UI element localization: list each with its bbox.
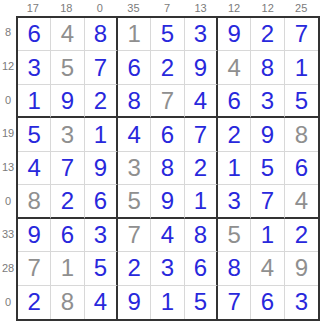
cell-r4c1[interactable]: 5	[18, 118, 51, 151]
cell-r5c6[interactable]: 2	[185, 152, 218, 185]
cell-r7c2[interactable]: 6	[51, 219, 84, 252]
cell-r9c5[interactable]: 1	[151, 286, 184, 319]
cell-r1c1[interactable]: 6	[18, 18, 51, 51]
row-sum-label-4: 19	[0, 117, 16, 151]
cell-r4c8[interactable]: 9	[251, 118, 284, 151]
cell-r9c8[interactable]: 6	[251, 286, 284, 319]
cell-r6c1[interactable]: 8	[18, 185, 51, 218]
cell-r3c4[interactable]: 8	[118, 85, 151, 118]
cell-r1c5[interactable]: 5	[151, 18, 184, 51]
row-sum-label-5: 13	[0, 151, 16, 185]
cell-r4c2[interactable]: 3	[51, 118, 84, 151]
cell-r5c2[interactable]: 7	[51, 152, 84, 185]
cell-r1c6[interactable]: 3	[185, 18, 218, 51]
cell-r2c1[interactable]: 3	[18, 51, 51, 84]
cell-r6c4[interactable]: 5	[118, 185, 151, 218]
corner-spacer	[0, 0, 16, 16]
cell-r2c4[interactable]: 6	[118, 51, 151, 84]
cell-r9c6[interactable]: 5	[185, 286, 218, 319]
cell-r1c7[interactable]: 9	[218, 18, 251, 51]
cell-r3c9[interactable]: 5	[285, 85, 318, 118]
sandwich-sudoku-widget: 1718035713121225 81201913033280 64815392…	[0, 0, 320, 321]
cell-r8c6[interactable]: 6	[185, 252, 218, 285]
cell-r2c2[interactable]: 5	[51, 51, 84, 84]
cell-r4c9[interactable]: 8	[285, 118, 318, 151]
cell-r8c5[interactable]: 3	[151, 252, 184, 285]
cell-r5c3[interactable]: 9	[85, 152, 118, 185]
cell-r4c7[interactable]: 2	[218, 118, 251, 151]
cell-r2c5[interactable]: 2	[151, 51, 184, 84]
col-sum-label-2: 18	[50, 0, 84, 16]
cell-r6c8[interactable]: 7	[251, 185, 284, 218]
cell-r5c5[interactable]: 8	[151, 152, 184, 185]
cell-r5c1[interactable]: 4	[18, 152, 51, 185]
cell-r6c3[interactable]: 6	[85, 185, 118, 218]
row-sum-label-3: 0	[0, 83, 16, 117]
cell-r3c2[interactable]: 9	[51, 85, 84, 118]
cell-r3c7[interactable]: 6	[218, 85, 251, 118]
cell-r8c8[interactable]: 4	[251, 252, 284, 285]
row-sum-label-8: 28	[0, 252, 16, 286]
cell-r9c3[interactable]: 4	[85, 286, 118, 319]
row-sum-label-7: 33	[0, 218, 16, 252]
col-sum-label-9: 25	[284, 0, 318, 16]
cell-r3c3[interactable]: 2	[85, 85, 118, 118]
cell-r2c9[interactable]: 1	[285, 51, 318, 84]
cell-r2c8[interactable]: 8	[251, 51, 284, 84]
cell-r2c7[interactable]: 4	[218, 51, 251, 84]
cell-r1c8[interactable]: 2	[251, 18, 284, 51]
cell-r2c3[interactable]: 7	[85, 51, 118, 84]
cell-r3c5[interactable]: 7	[151, 85, 184, 118]
col-sum-label-7: 12	[217, 0, 251, 16]
cell-r6c7[interactable]: 3	[218, 185, 251, 218]
cell-r3c1[interactable]: 1	[18, 85, 51, 118]
cell-r5c7[interactable]: 1	[218, 152, 251, 185]
column-sum-clues: 1718035713121225	[16, 0, 320, 16]
cell-r6c9[interactable]: 4	[285, 185, 318, 218]
cell-r9c4[interactable]: 9	[118, 286, 151, 319]
cell-r2c6[interactable]: 9	[185, 51, 218, 84]
row-sum-label-6: 0	[0, 184, 16, 218]
col-sum-label-3: 0	[83, 0, 117, 16]
cell-r4c6[interactable]: 7	[185, 118, 218, 151]
cell-r6c6[interactable]: 1	[185, 185, 218, 218]
cell-r5c9[interactable]: 6	[285, 152, 318, 185]
cell-r1c2[interactable]: 4	[51, 18, 84, 51]
col-sum-label-6: 13	[184, 0, 218, 16]
cell-r9c1[interactable]: 2	[18, 286, 51, 319]
cell-r7c9[interactable]: 2	[285, 219, 318, 252]
col-sum-label-8: 12	[251, 0, 285, 16]
cell-r1c3[interactable]: 8	[85, 18, 118, 51]
cell-r7c4[interactable]: 7	[118, 219, 151, 252]
cell-r3c8[interactable]: 3	[251, 85, 284, 118]
cell-r7c5[interactable]: 4	[151, 219, 184, 252]
cell-r4c4[interactable]: 4	[118, 118, 151, 151]
cell-r4c3[interactable]: 1	[85, 118, 118, 151]
board: 6481539273576294811928746355314672984793…	[16, 16, 320, 321]
cell-r7c8[interactable]: 1	[251, 219, 284, 252]
cell-r8c2[interactable]: 1	[51, 252, 84, 285]
cell-r8c7[interactable]: 8	[218, 252, 251, 285]
cell-r8c9[interactable]: 9	[285, 252, 318, 285]
cell-r9c2[interactable]: 8	[51, 286, 84, 319]
col-sum-label-1: 17	[16, 0, 50, 16]
cell-r7c1[interactable]: 9	[18, 219, 51, 252]
cell-r9c9[interactable]: 3	[285, 286, 318, 319]
cell-r7c6[interactable]: 8	[185, 219, 218, 252]
cell-r1c4[interactable]: 1	[118, 18, 151, 51]
cell-r8c4[interactable]: 2	[118, 252, 151, 285]
cell-r9c7[interactable]: 7	[218, 286, 251, 319]
row-sum-label-9: 0	[0, 285, 16, 319]
cell-r5c8[interactable]: 5	[251, 152, 284, 185]
cell-r8c1[interactable]: 7	[18, 252, 51, 285]
cell-r7c7[interactable]: 5	[218, 219, 251, 252]
cell-r3c6[interactable]: 4	[185, 85, 218, 118]
cell-r4c5[interactable]: 6	[151, 118, 184, 151]
row-sum-clues: 81201913033280	[0, 16, 16, 321]
cell-r6c2[interactable]: 2	[51, 185, 84, 218]
col-sum-label-4: 35	[117, 0, 151, 16]
cell-r5c4[interactable]: 3	[118, 152, 151, 185]
cell-r7c3[interactable]: 3	[85, 219, 118, 252]
cell-r6c5[interactable]: 9	[151, 185, 184, 218]
row-sum-label-2: 12	[0, 50, 16, 84]
cell-r1c9[interactable]: 7	[285, 18, 318, 51]
col-sum-label-5: 7	[150, 0, 184, 16]
cell-r8c3[interactable]: 5	[85, 252, 118, 285]
row-sum-label-1: 8	[0, 16, 16, 50]
